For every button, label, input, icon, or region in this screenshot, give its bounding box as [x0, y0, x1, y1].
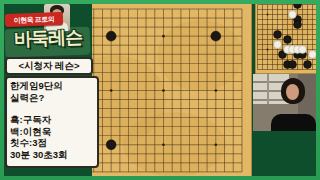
overlay-panel: 이현욱 프로의 바둑레슨 <시청자 레슨> 한게임9단의 실력은? 흑:구독자 … [4, 4, 92, 176]
black-stone [304, 61, 312, 69]
logo-title: 바둑레슨 [4, 24, 92, 51]
frame-interior: 이현욱 프로의 바둑레슨 <시청자 레슨> 한게임9단의 실력은? 흑:구독자 … [4, 4, 316, 176]
info-line-handicap: 칫수:3점 [10, 137, 94, 149]
main-board [80, 4, 252, 176]
webcam-video [253, 74, 316, 131]
video-frame: 이현욱 프로의 바둑레슨 <시청자 레슨> 한게임9단의 실력은? 흑:구독자 … [0, 0, 320, 180]
info-line-black-player: 흑:구독자 [10, 114, 94, 126]
channel-logo: 이현욱 프로의 바둑레슨 [4, 4, 92, 58]
white-stone [289, 11, 297, 19]
black-stone [284, 36, 292, 44]
detail-board [255, 4, 316, 74]
info-line: 실력은? [10, 92, 94, 104]
match-info-box: 한게임9단의 실력은? 흑:구독자 백:이현욱 칫수:3점 30분 30초3회 [5, 76, 99, 168]
info-line-time-control: 30분 30초3회 [10, 149, 94, 161]
bookshelf-divider [267, 74, 269, 104]
white-stone [309, 51, 316, 59]
white-stone [274, 41, 282, 49]
black-stone [294, 21, 302, 29]
black-stone [289, 61, 297, 69]
white-stone [299, 46, 307, 54]
info-line: 한게임9단의 [10, 80, 94, 92]
black-stone [211, 31, 221, 41]
presenter-shirt [271, 114, 316, 131]
lesson-header: <시청자 레슨> [5, 57, 93, 75]
black-stone [274, 31, 282, 39]
info-line-white-player: 백:이현욱 [10, 126, 94, 138]
presenter-face [286, 84, 299, 100]
black-stone [106, 140, 116, 150]
black-stone [106, 31, 116, 41]
